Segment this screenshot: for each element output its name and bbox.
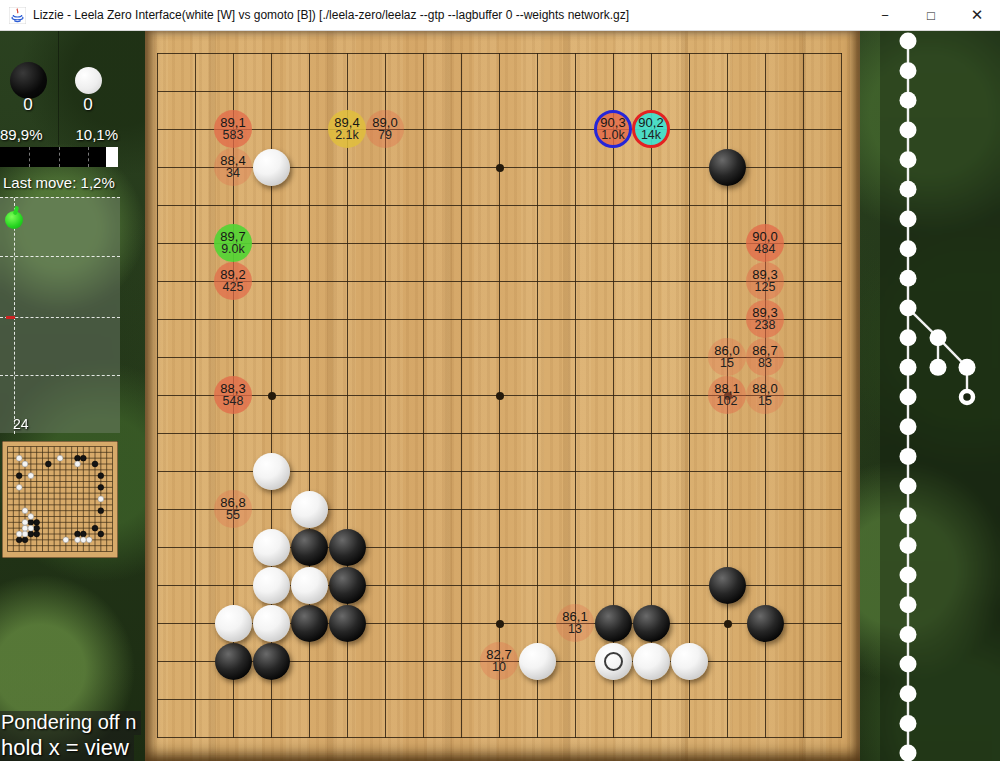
last-move-label: Last move: 1,2% bbox=[3, 174, 115, 191]
preview-stone-H16 bbox=[45, 461, 51, 467]
white-stone-icon bbox=[75, 67, 102, 94]
stone-white-D4[interactable] bbox=[253, 605, 290, 642]
preview-stone-O4 bbox=[80, 531, 86, 537]
stone-white-D8[interactable] bbox=[253, 453, 290, 490]
variation-preview-board bbox=[2, 441, 118, 562]
preview-stone-D3 bbox=[22, 537, 28, 543]
suggestion-C14[interactable]: 89,79.0k bbox=[214, 224, 252, 262]
tree-node-main-17[interactable] bbox=[900, 537, 917, 554]
suggestion-visits: 102 bbox=[717, 395, 738, 408]
tree-node-main-0[interactable] bbox=[900, 33, 917, 50]
preview-stone-Q16 bbox=[92, 461, 98, 467]
winrate-bar-white-segment bbox=[106, 147, 118, 167]
preview-stone-P3 bbox=[86, 537, 92, 543]
suggestion-F17[interactable]: 89,42.1k bbox=[328, 110, 366, 148]
tree-node-main-2[interactable] bbox=[900, 92, 917, 109]
tree-node-main-13[interactable] bbox=[900, 418, 917, 435]
tree-node-main-15[interactable] bbox=[900, 478, 917, 495]
hint-status: hold x = view bbox=[0, 735, 134, 761]
star-point bbox=[724, 620, 732, 628]
suggestion-visits: 79 bbox=[378, 129, 392, 142]
stone-white-D16[interactable] bbox=[253, 149, 290, 186]
suggestion-M4[interactable]: 86,113 bbox=[556, 604, 594, 642]
stone-black-F5[interactable] bbox=[329, 567, 366, 604]
suggestion-C17[interactable]: 89,1583 bbox=[214, 110, 252, 148]
winrate-bar-75-tick bbox=[88, 147, 89, 167]
java-icon bbox=[9, 7, 26, 24]
tree-node-main-10[interactable] bbox=[900, 329, 917, 346]
suggestion-Q11[interactable]: 86,015 bbox=[708, 338, 746, 376]
suggestion-O17[interactable]: 90,214k bbox=[632, 110, 670, 148]
variation-preview-svg bbox=[2, 441, 118, 558]
white-winrate-label: 10,1% bbox=[75, 126, 118, 143]
suggestion-visits: 484 bbox=[755, 243, 776, 256]
preview-stone-F6 bbox=[34, 519, 40, 525]
preview-stone-O17 bbox=[80, 455, 86, 461]
star-point bbox=[496, 164, 504, 172]
tree-node-main-8[interactable] bbox=[900, 270, 917, 287]
graph-move-number: 24 bbox=[13, 416, 29, 432]
tree-node-main-12[interactable] bbox=[900, 389, 917, 406]
tree-node-main-18[interactable] bbox=[900, 567, 917, 584]
tree-node-main-7[interactable] bbox=[900, 240, 917, 257]
grid-line-v bbox=[689, 53, 690, 738]
preview-stone-N3 bbox=[75, 537, 81, 543]
preview-stone-E14 bbox=[28, 473, 34, 479]
stone-white-D5[interactable] bbox=[253, 567, 290, 604]
tree-node-branch1-0[interactable] bbox=[930, 329, 947, 346]
stone-white-C4[interactable] bbox=[215, 605, 252, 642]
suggestion-R11[interactable]: 86,783 bbox=[746, 338, 784, 376]
suggestion-visits: 125 bbox=[755, 281, 776, 294]
preview-stone-D5 bbox=[22, 525, 28, 531]
graph-current-winrate-dot bbox=[5, 211, 23, 229]
stone-black-Q16[interactable] bbox=[709, 149, 746, 186]
suggestion-visits: 9.0k bbox=[221, 243, 245, 256]
stone-white-O3[interactable] bbox=[633, 643, 670, 680]
tree-node-main-1[interactable] bbox=[900, 62, 917, 79]
tree-node-main-3[interactable] bbox=[900, 122, 917, 139]
suggestion-C7[interactable]: 86,855 bbox=[214, 490, 252, 528]
star-point bbox=[268, 392, 276, 400]
tree-node-main-6[interactable] bbox=[900, 211, 917, 228]
preview-stone-E5 bbox=[28, 525, 34, 531]
winrate-bar-25-tick bbox=[29, 147, 30, 167]
preview-stone-R8 bbox=[98, 508, 104, 514]
stone-black-O4[interactable] bbox=[633, 605, 670, 642]
tree-node-main-11[interactable] bbox=[900, 359, 917, 376]
preview-stone-K17 bbox=[57, 455, 63, 461]
preview-stone-D16 bbox=[22, 461, 28, 467]
black-captures: 0 bbox=[8, 95, 48, 115]
preview-stone-Q5 bbox=[92, 525, 98, 531]
suggestion-visits: 425 bbox=[223, 281, 244, 294]
suggestion-N17[interactable]: 90,31.0k bbox=[594, 110, 632, 148]
grid-line-h bbox=[157, 433, 842, 434]
suggestion-visits: 34 bbox=[226, 167, 240, 180]
suggestion-R12[interactable]: 89,3238 bbox=[746, 300, 784, 338]
grid-line-v bbox=[841, 53, 842, 738]
winrate-bar bbox=[0, 147, 118, 167]
suggestion-visits: 13 bbox=[568, 623, 582, 636]
maximize-button[interactable]: □ bbox=[908, 0, 954, 31]
preview-stone-D4 bbox=[22, 531, 28, 537]
preview-stone-L3 bbox=[63, 537, 69, 543]
preview-stone-C12 bbox=[16, 484, 22, 490]
suggestion-visits: 548 bbox=[223, 395, 244, 408]
tree-node-main-21[interactable] bbox=[900, 656, 917, 673]
preview-stone-R10 bbox=[98, 496, 104, 502]
preview-stone-D6 bbox=[22, 519, 28, 525]
preview-stone-C17 bbox=[16, 455, 22, 461]
go-board[interactable]: 89,158388,43489,42.1k89,07990,31.0k90,21… bbox=[145, 31, 860, 761]
graph-50pct-line bbox=[0, 317, 120, 318]
preview-stone-N16 bbox=[75, 461, 81, 467]
suggestion-visits: 55 bbox=[226, 509, 240, 522]
preview-stone-R12 bbox=[98, 484, 104, 490]
preview-stone-F5 bbox=[34, 525, 40, 531]
preview-stone-E7 bbox=[28, 514, 34, 520]
stone-black-F6[interactable] bbox=[329, 529, 366, 566]
close-button[interactable]: ✕ bbox=[954, 0, 1000, 31]
preview-stone-N4 bbox=[75, 531, 81, 537]
tree-node-main-23[interactable] bbox=[900, 715, 917, 732]
preview-stone-C3 bbox=[16, 537, 22, 543]
tree-node-main-4[interactable] bbox=[900, 151, 917, 168]
suggestion-R13[interactable]: 89,3125 bbox=[746, 262, 784, 300]
stone-white-D6[interactable] bbox=[253, 529, 290, 566]
suggestion-visits: 15 bbox=[720, 357, 734, 370]
star-point bbox=[496, 620, 504, 628]
preview-stone-F4 bbox=[34, 531, 40, 537]
tree-current-node-ring[interactable] bbox=[961, 391, 973, 403]
preview-stone-C14 bbox=[16, 473, 22, 479]
minimize-button[interactable]: − bbox=[862, 0, 908, 31]
tree-node-main-16[interactable] bbox=[900, 507, 917, 524]
title-bar: Lizzie - Leela Zero Interface(white [W] … bbox=[0, 0, 1000, 31]
suggestion-visits: 14k bbox=[641, 129, 661, 142]
stone-black-N4[interactable] bbox=[595, 605, 632, 642]
tree-node-branch1-1[interactable] bbox=[930, 359, 947, 376]
suggestion-visits: 238 bbox=[755, 319, 776, 332]
grid-line-v bbox=[537, 53, 538, 738]
stone-white-E5[interactable] bbox=[291, 567, 328, 604]
tree-node-main-19[interactable] bbox=[900, 596, 917, 613]
preview-stone-R4 bbox=[98, 531, 104, 537]
stone-black-Q5[interactable] bbox=[709, 567, 746, 604]
tree-node-branch2-0[interactable] bbox=[959, 359, 976, 376]
suggestion-visits: 83 bbox=[758, 357, 772, 370]
preview-stone-C4 bbox=[16, 531, 22, 537]
stone-black-E6[interactable] bbox=[291, 529, 328, 566]
suggestion-C13[interactable]: 89,2425 bbox=[214, 262, 252, 300]
grid-line-h bbox=[157, 699, 842, 700]
variation-tree[interactable] bbox=[860, 31, 1000, 761]
black-winrate-label: 89,9% bbox=[0, 126, 43, 143]
stone-black-R4[interactable] bbox=[747, 605, 784, 642]
stone-white-L3[interactable] bbox=[519, 643, 556, 680]
suggestion-visits: 10 bbox=[492, 661, 506, 674]
tree-node-main-22[interactable] bbox=[900, 685, 917, 702]
preview-stone-E4 bbox=[28, 531, 34, 537]
tree-node-main-24[interactable] bbox=[900, 745, 917, 761]
pondering-status: Pondering off n bbox=[0, 711, 141, 734]
white-captures: 0 bbox=[68, 95, 108, 115]
stone-white-E7[interactable] bbox=[291, 491, 328, 528]
suggestion-Q10[interactable]: 88,1102 bbox=[708, 376, 746, 414]
tree-node-main-14[interactable] bbox=[900, 448, 917, 465]
window-title: Lizzie - Leela Zero Interface(white [W] … bbox=[33, 8, 629, 22]
suggestion-G17[interactable]: 89,079 bbox=[366, 110, 404, 148]
winrate-graph[interactable]: 24 bbox=[0, 197, 120, 433]
stone-black-D3[interactable] bbox=[253, 643, 290, 680]
stone-black-C3[interactable] bbox=[215, 643, 252, 680]
suggestion-C10[interactable]: 88,3548 bbox=[214, 376, 252, 414]
suggestion-visits: 583 bbox=[223, 129, 244, 142]
last-move-marker bbox=[604, 652, 623, 671]
stone-black-E4[interactable] bbox=[291, 605, 328, 642]
tree-node-main-5[interactable] bbox=[900, 181, 917, 198]
suggestion-K3[interactable]: 82,710 bbox=[480, 642, 518, 680]
grid-line-h bbox=[157, 737, 842, 738]
suggestion-visits: 2.1k bbox=[335, 129, 359, 142]
preview-stone-R14 bbox=[98, 473, 104, 479]
graph-25pct-line bbox=[0, 256, 120, 257]
graph-75pct-line bbox=[0, 375, 120, 376]
star-point bbox=[496, 392, 504, 400]
grid-line-v bbox=[803, 53, 804, 738]
suggestion-visits: 15 bbox=[758, 395, 772, 408]
stone-white-P3[interactable] bbox=[671, 643, 708, 680]
suggestion-C16[interactable]: 88,434 bbox=[214, 148, 252, 186]
preview-stone-N17 bbox=[75, 455, 81, 461]
suggestion-R14[interactable]: 90,0484 bbox=[746, 224, 784, 262]
preview-stone-O3 bbox=[80, 537, 86, 543]
stone-black-F4[interactable] bbox=[329, 605, 366, 642]
preview-stone-D8 bbox=[22, 508, 28, 514]
preview-stone-E6 bbox=[28, 519, 34, 525]
graph-red-tick bbox=[6, 316, 15, 319]
lizzie-window: Lizzie - Leela Zero Interface(white [W] … bbox=[0, 0, 1000, 761]
suggestion-visits: 1.0k bbox=[601, 129, 625, 142]
suggestion-R10[interactable]: 88,015 bbox=[746, 376, 784, 414]
black-stone-icon bbox=[10, 62, 47, 99]
tree-node-main-20[interactable] bbox=[900, 626, 917, 643]
winrate-bar-50-tick bbox=[59, 147, 60, 167]
tree-node-main-9[interactable] bbox=[900, 300, 917, 317]
grid-line-h bbox=[157, 509, 842, 510]
